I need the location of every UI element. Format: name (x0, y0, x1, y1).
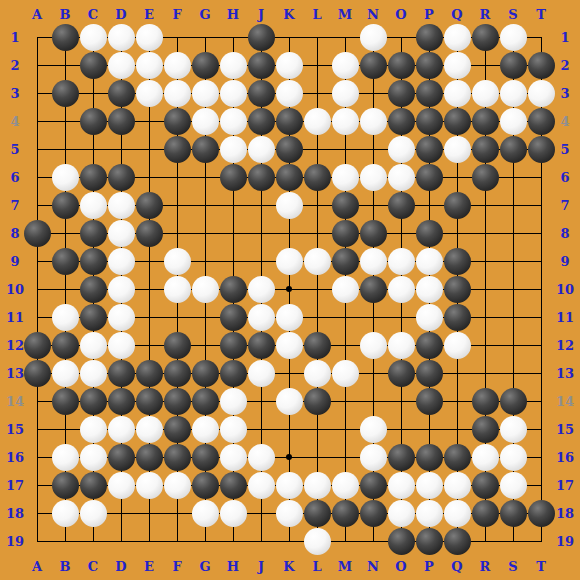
stone-white (360, 108, 387, 135)
stone-black (416, 220, 443, 247)
stone-white (108, 248, 135, 275)
coord-label-left-8: 8 (10, 227, 19, 240)
stone-white (108, 220, 135, 247)
coord-label-top-Q: Q (451, 8, 462, 21)
stone-white (220, 416, 247, 443)
stone-white (332, 80, 359, 107)
stone-white (80, 24, 107, 51)
coord-label-top-A: A (32, 8, 42, 21)
stone-black (164, 416, 191, 443)
coord-label-right-7: 7 (560, 199, 569, 212)
coord-label-bottom-A: A (32, 560, 42, 573)
stone-black (500, 388, 527, 415)
stone-white (388, 136, 415, 163)
stone-white (444, 332, 471, 359)
stone-white (276, 500, 303, 527)
stone-white (444, 52, 471, 79)
coord-label-right-19: 19 (556, 535, 574, 548)
stone-black (416, 388, 443, 415)
stone-white (360, 416, 387, 443)
stone-white (108, 332, 135, 359)
stone-black (136, 220, 163, 247)
stone-white (388, 248, 415, 275)
stone-black (248, 52, 275, 79)
stone-black (472, 472, 499, 499)
stone-white (80, 500, 107, 527)
stone-white (332, 360, 359, 387)
stone-white (332, 472, 359, 499)
stone-white (220, 444, 247, 471)
stone-white (52, 444, 79, 471)
coord-label-bottom-K: K (283, 560, 294, 573)
stone-black (304, 332, 331, 359)
stone-black (52, 388, 79, 415)
coord-label-left-17: 17 (6, 479, 24, 492)
stone-black (444, 528, 471, 555)
stone-black (164, 108, 191, 135)
coord-label-bottom-S: S (508, 560, 517, 573)
stone-white (248, 276, 275, 303)
stone-white (192, 416, 219, 443)
stone-black (108, 164, 135, 191)
stone-black (164, 388, 191, 415)
stone-white (388, 500, 415, 527)
coord-label-left-7: 7 (10, 199, 19, 212)
coord-label-left-10: 10 (6, 283, 24, 296)
stone-white (220, 388, 247, 415)
stone-black (472, 24, 499, 51)
coord-label-right-9: 9 (560, 255, 569, 268)
stone-white (220, 80, 247, 107)
stone-white (416, 500, 443, 527)
stone-black (108, 388, 135, 415)
coord-label-right-8: 8 (560, 227, 569, 240)
stone-black (304, 500, 331, 527)
coord-label-left-15: 15 (6, 423, 24, 436)
coord-label-right-18: 18 (556, 507, 574, 520)
coord-label-left-1: 1 (10, 31, 19, 44)
coord-label-bottom-L: L (312, 560, 321, 573)
stone-black (500, 500, 527, 527)
stone-black (80, 220, 107, 247)
stone-white (164, 52, 191, 79)
stone-white (304, 360, 331, 387)
coord-label-left-11: 11 (6, 311, 24, 324)
stone-white (500, 444, 527, 471)
coord-label-top-G: G (199, 8, 210, 21)
stone-white (500, 24, 527, 51)
stone-white (220, 136, 247, 163)
coord-label-bottom-C: C (88, 560, 98, 573)
stone-white (304, 528, 331, 555)
coord-label-top-N: N (367, 8, 379, 21)
stone-white (248, 136, 275, 163)
stone-black (276, 164, 303, 191)
coord-label-top-B: B (60, 8, 71, 21)
stone-black (472, 388, 499, 415)
coord-label-left-18: 18 (6, 507, 24, 520)
stone-black (52, 192, 79, 219)
stone-black (136, 388, 163, 415)
coord-label-top-F: F (172, 8, 181, 21)
coord-label-bottom-E: E (144, 560, 154, 573)
coord-label-top-C: C (88, 8, 98, 21)
stone-white (500, 416, 527, 443)
stone-black (332, 192, 359, 219)
stone-black (52, 472, 79, 499)
stone-white (136, 416, 163, 443)
coord-label-right-12: 12 (556, 339, 574, 352)
stone-white (360, 24, 387, 51)
stone-white (136, 80, 163, 107)
coord-label-bottom-N: N (367, 560, 379, 573)
stone-black (220, 304, 247, 331)
stone-white (136, 472, 163, 499)
star-point (286, 286, 292, 292)
coord-label-top-J: J (258, 8, 264, 21)
coord-label-top-E: E (144, 8, 154, 21)
stone-black (192, 472, 219, 499)
stone-black (528, 500, 555, 527)
stone-black (472, 416, 499, 443)
stone-black (528, 136, 555, 163)
stone-black (388, 52, 415, 79)
stone-white (388, 472, 415, 499)
coord-label-top-L: L (312, 8, 321, 21)
stone-black (472, 108, 499, 135)
coord-label-left-19: 19 (6, 535, 24, 548)
stone-white (276, 388, 303, 415)
coord-label-left-14: 14 (6, 395, 24, 408)
stone-black (416, 332, 443, 359)
stone-black (416, 24, 443, 51)
stone-black (164, 332, 191, 359)
stone-white (136, 52, 163, 79)
stone-black (52, 24, 79, 51)
stone-white (304, 472, 331, 499)
stone-black (360, 276, 387, 303)
stone-white (276, 304, 303, 331)
stone-black (24, 360, 51, 387)
stone-black (360, 472, 387, 499)
stone-white (388, 332, 415, 359)
stone-white (528, 80, 555, 107)
stone-black (220, 276, 247, 303)
coord-label-right-14: 14 (556, 395, 574, 408)
stone-white (500, 80, 527, 107)
stone-white (248, 472, 275, 499)
coord-label-right-17: 17 (556, 479, 574, 492)
stone-black (108, 80, 135, 107)
stone-white (192, 80, 219, 107)
stone-white (220, 108, 247, 135)
coord-label-top-P: P (424, 8, 434, 21)
stone-white (304, 108, 331, 135)
stone-white (192, 108, 219, 135)
coord-label-left-16: 16 (6, 451, 24, 464)
stone-black (108, 360, 135, 387)
stone-black (416, 164, 443, 191)
stone-black (416, 108, 443, 135)
coord-label-bottom-H: H (227, 560, 239, 573)
coord-label-bottom-Q: Q (451, 560, 462, 573)
stone-black (332, 220, 359, 247)
stone-white (80, 360, 107, 387)
stone-black (500, 136, 527, 163)
stone-white (444, 500, 471, 527)
stone-black (80, 472, 107, 499)
stone-black (248, 80, 275, 107)
stone-black (52, 332, 79, 359)
stone-white (80, 332, 107, 359)
stone-white (192, 276, 219, 303)
stone-black (444, 192, 471, 219)
coord-label-left-5: 5 (10, 143, 19, 156)
stone-white (388, 164, 415, 191)
stone-black (80, 52, 107, 79)
stone-black (24, 332, 51, 359)
coord-label-bottom-B: B (60, 560, 71, 573)
stone-white (80, 444, 107, 471)
stone-white (360, 248, 387, 275)
stone-black (80, 304, 107, 331)
stone-black (472, 500, 499, 527)
coord-label-right-11: 11 (556, 311, 574, 324)
stone-black (220, 360, 247, 387)
coord-label-bottom-J: J (258, 560, 264, 573)
coord-label-top-O: O (395, 8, 406, 21)
stone-white (136, 24, 163, 51)
coord-label-left-4: 4 (10, 115, 19, 128)
stone-white (332, 108, 359, 135)
stone-black (220, 332, 247, 359)
stone-white (248, 444, 275, 471)
stone-black (528, 52, 555, 79)
stone-black (304, 164, 331, 191)
coord-label-right-5: 5 (560, 143, 569, 156)
stone-black (52, 248, 79, 275)
stone-white (276, 52, 303, 79)
coord-label-right-3: 3 (560, 87, 569, 100)
coord-label-top-S: S (508, 8, 517, 21)
stone-white (108, 276, 135, 303)
stone-black (472, 164, 499, 191)
stone-white (472, 80, 499, 107)
stone-black (472, 136, 499, 163)
stone-white (108, 192, 135, 219)
stone-white (276, 192, 303, 219)
stone-white (500, 472, 527, 499)
stone-white (360, 332, 387, 359)
stone-black (388, 108, 415, 135)
stone-white (360, 444, 387, 471)
stone-white (52, 500, 79, 527)
stone-black (136, 444, 163, 471)
stone-white (52, 304, 79, 331)
stone-black (164, 136, 191, 163)
stone-black (136, 360, 163, 387)
coord-label-right-1: 1 (560, 31, 569, 44)
stone-black (80, 276, 107, 303)
stone-black (276, 108, 303, 135)
coord-label-right-15: 15 (556, 423, 574, 436)
stone-black (388, 444, 415, 471)
stone-black (164, 444, 191, 471)
coord-label-left-13: 13 (6, 367, 24, 380)
stone-black (388, 192, 415, 219)
coord-label-left-3: 3 (10, 87, 19, 100)
coord-label-bottom-P: P (424, 560, 434, 573)
stone-white (248, 360, 275, 387)
stone-white (332, 164, 359, 191)
coord-label-top-K: K (283, 8, 294, 21)
stone-black (360, 52, 387, 79)
coord-label-bottom-F: F (172, 560, 181, 573)
coord-label-bottom-G: G (199, 560, 210, 573)
stone-white (164, 80, 191, 107)
stone-white (248, 304, 275, 331)
stone-black (248, 108, 275, 135)
stone-black (192, 444, 219, 471)
coord-label-top-D: D (115, 8, 126, 21)
coord-label-bottom-R: R (480, 560, 491, 573)
stone-white (444, 472, 471, 499)
stone-white (304, 248, 331, 275)
coord-label-right-16: 16 (556, 451, 574, 464)
star-point (286, 454, 292, 460)
stone-black (500, 52, 527, 79)
coord-label-left-6: 6 (10, 171, 19, 184)
coord-label-right-10: 10 (556, 283, 574, 296)
stone-white (164, 276, 191, 303)
stone-white (388, 276, 415, 303)
stone-black (220, 472, 247, 499)
stone-black (276, 136, 303, 163)
stone-white (500, 108, 527, 135)
stone-white (332, 52, 359, 79)
stone-black (80, 108, 107, 135)
stone-black (416, 52, 443, 79)
coord-label-right-2: 2 (560, 59, 569, 72)
stone-white (164, 472, 191, 499)
stone-white (444, 24, 471, 51)
stone-white (276, 332, 303, 359)
stone-black (304, 388, 331, 415)
stone-black (80, 388, 107, 415)
stone-black (416, 360, 443, 387)
coord-label-left-12: 12 (6, 339, 24, 352)
stone-black (416, 528, 443, 555)
stone-white (108, 52, 135, 79)
coord-label-bottom-O: O (395, 560, 406, 573)
stone-white (276, 80, 303, 107)
go-board[interactable]: AABBCCDDEEFFGGHHJJKKLLMMNNOOPPQQRRSSTT11… (0, 0, 580, 580)
stone-white (416, 304, 443, 331)
stone-white (108, 24, 135, 51)
stone-white (444, 136, 471, 163)
coord-label-bottom-M: M (338, 560, 352, 573)
stone-white (416, 276, 443, 303)
stone-black (444, 108, 471, 135)
stone-black (388, 360, 415, 387)
stone-white (360, 164, 387, 191)
stone-black (80, 164, 107, 191)
stone-black (360, 500, 387, 527)
stone-white (416, 472, 443, 499)
stone-white (108, 416, 135, 443)
stone-black (192, 52, 219, 79)
stone-black (528, 108, 555, 135)
stone-black (192, 388, 219, 415)
stone-black (192, 136, 219, 163)
stone-black (248, 332, 275, 359)
stone-white (108, 304, 135, 331)
stone-white (416, 248, 443, 275)
stone-black (360, 220, 387, 247)
stone-white (332, 276, 359, 303)
coord-label-top-T: T (536, 8, 546, 21)
stone-white (108, 472, 135, 499)
coord-label-right-6: 6 (560, 171, 569, 184)
stone-black (332, 248, 359, 275)
stone-white (52, 360, 79, 387)
stone-black (388, 80, 415, 107)
stone-black (80, 248, 107, 275)
coord-label-right-4: 4 (560, 115, 569, 128)
stone-white (276, 248, 303, 275)
stone-black (52, 80, 79, 107)
stone-white (220, 500, 247, 527)
stone-white (220, 52, 247, 79)
stone-black (248, 164, 275, 191)
stone-black (164, 360, 191, 387)
stone-black (416, 80, 443, 107)
stone-black (444, 304, 471, 331)
coord-label-right-13: 13 (556, 367, 574, 380)
stone-white (444, 80, 471, 107)
stone-black (444, 444, 471, 471)
coord-label-bottom-D: D (115, 560, 126, 573)
stone-black (444, 248, 471, 275)
stone-black (192, 360, 219, 387)
coord-label-top-R: R (480, 8, 491, 21)
coord-label-left-9: 9 (10, 255, 19, 268)
stone-white (472, 444, 499, 471)
stone-black (108, 444, 135, 471)
stone-black (220, 164, 247, 191)
stone-black (136, 192, 163, 219)
coord-label-bottom-T: T (536, 560, 546, 573)
stone-white (164, 248, 191, 275)
stone-white (52, 164, 79, 191)
coord-label-top-H: H (227, 8, 239, 21)
stone-white (276, 472, 303, 499)
stone-black (24, 220, 51, 247)
stone-black (444, 276, 471, 303)
coord-label-top-M: M (338, 8, 352, 21)
stone-black (416, 444, 443, 471)
stone-white (80, 192, 107, 219)
coord-label-left-2: 2 (10, 59, 19, 72)
stone-black (108, 108, 135, 135)
stone-white (192, 500, 219, 527)
stone-black (416, 136, 443, 163)
stone-black (388, 528, 415, 555)
stone-black (248, 24, 275, 51)
stone-white (80, 416, 107, 443)
stone-black (332, 500, 359, 527)
